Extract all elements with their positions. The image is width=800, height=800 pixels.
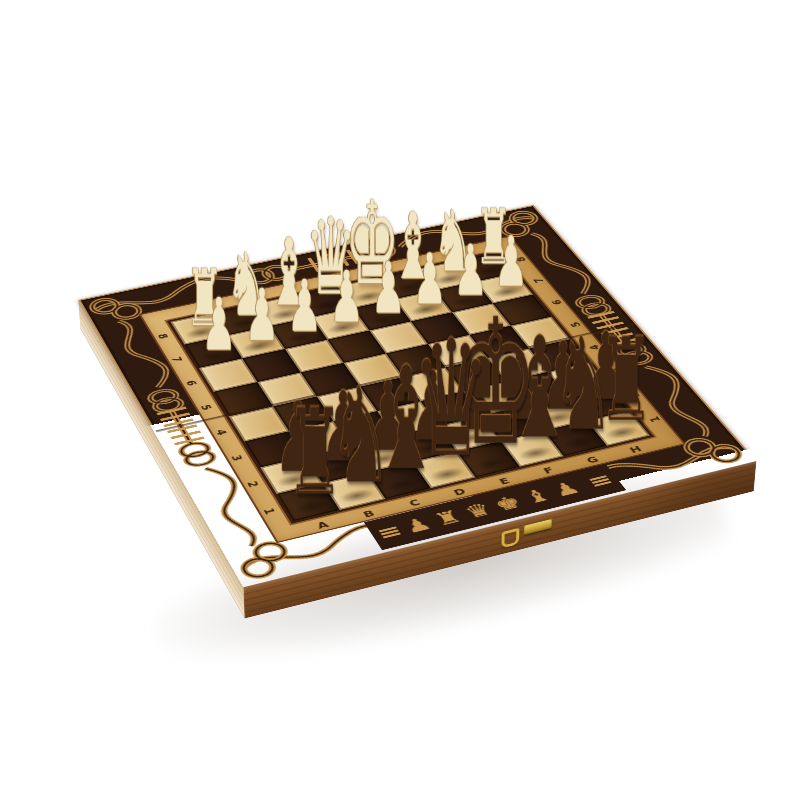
piece-cream-pawn-c7: ♟	[287, 270, 322, 342]
piece-cream-pawn-b7: ♟	[245, 279, 280, 351]
piece-cream-pawn-f7: ♟	[413, 244, 447, 315]
piece-cream-pawn-e7: ♟	[371, 252, 405, 323]
piece-brown-rook-a1: ♜	[286, 394, 343, 513]
piece-cream-pawn-d7: ♟	[329, 261, 364, 332]
piece-cream-pawn-a7: ♟	[201, 288, 236, 360]
piece-anchor-a1: ♜	[277, 483, 340, 521]
chess-set-photo: ♟♜♛♚♝♟ ABCDEFGH 87654321 87654321 ♜♞♝♛♚♝…	[0, 0, 800, 800]
